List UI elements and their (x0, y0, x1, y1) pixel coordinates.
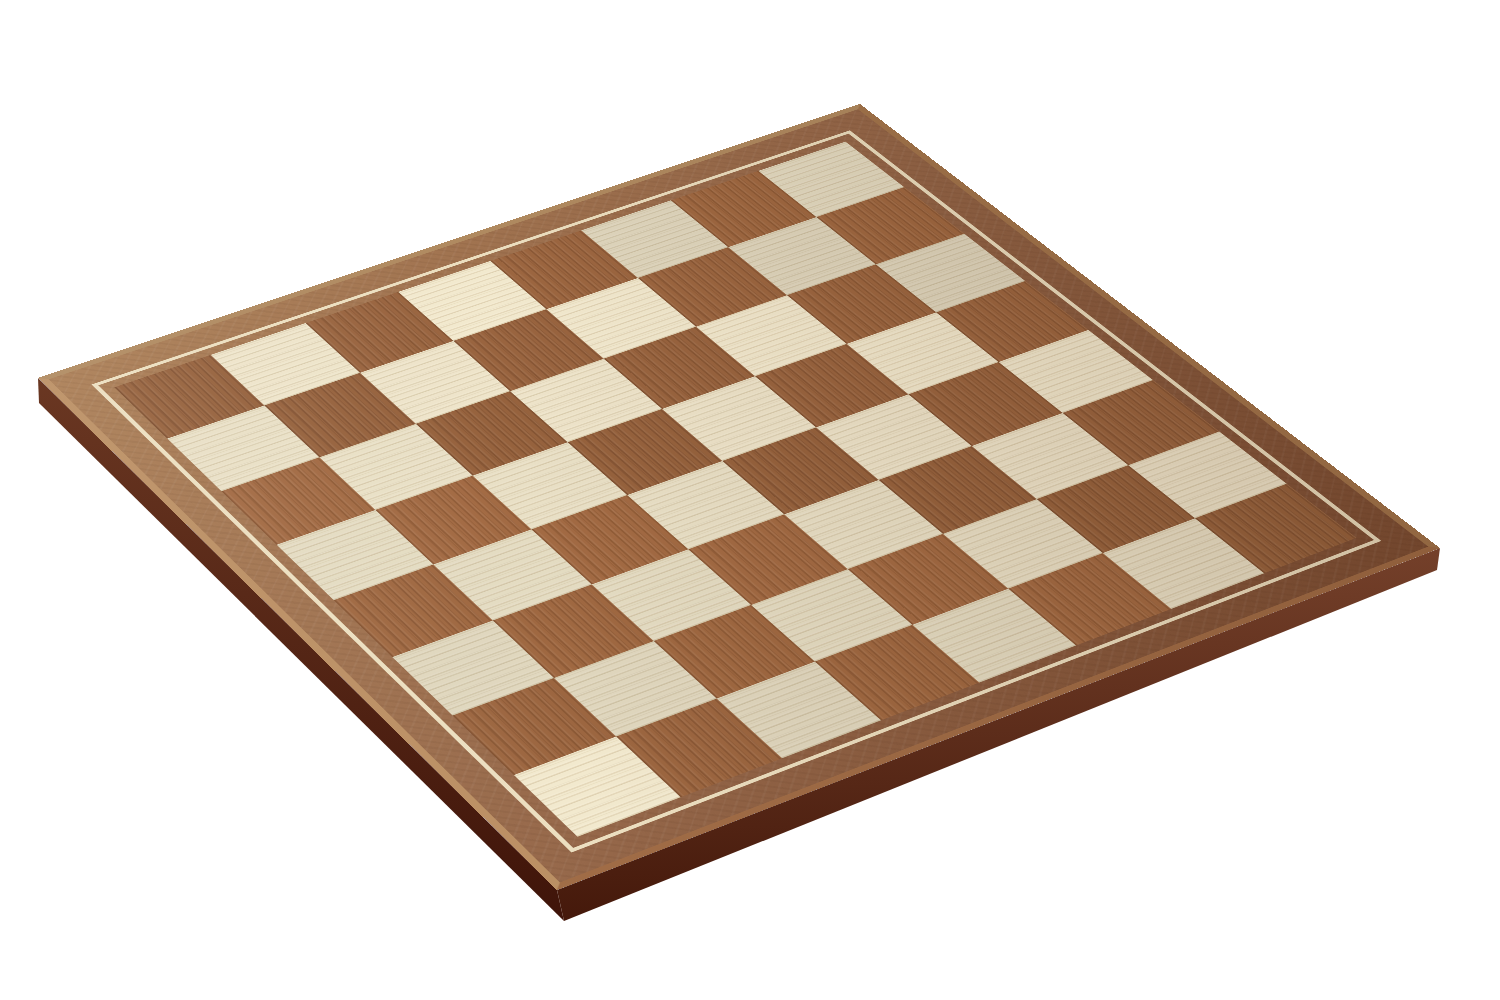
board-scene (0, 0, 1500, 1000)
